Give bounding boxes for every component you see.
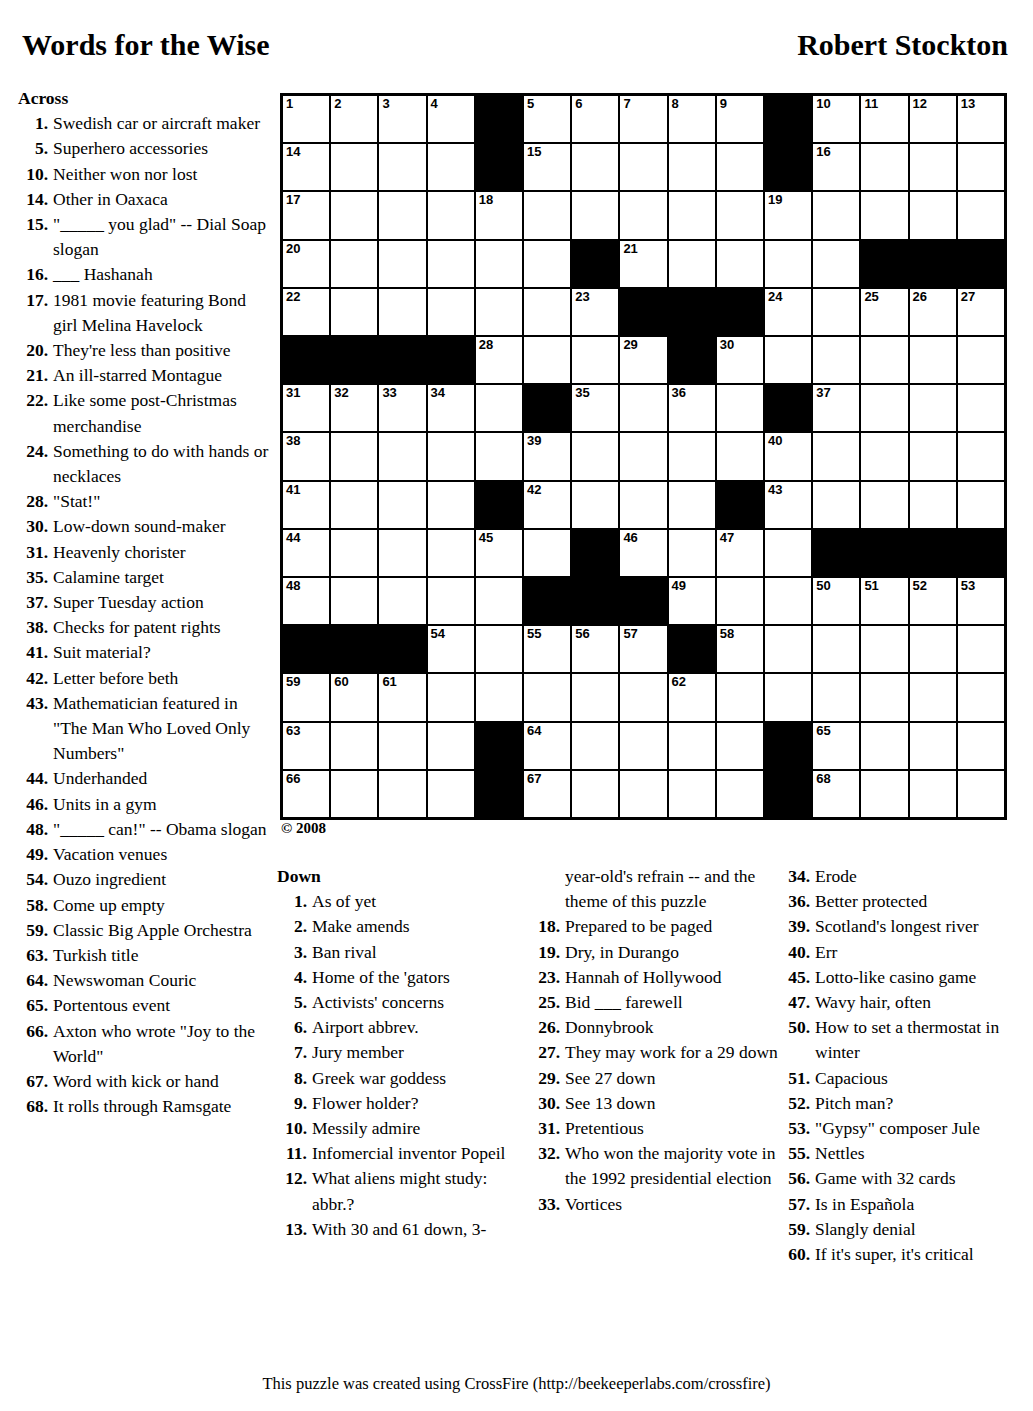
cell-r10c10[interactable]: 47: [717, 530, 763, 576]
cell-r8c3[interactable]: [379, 433, 425, 479]
clue-number: 5.: [18, 136, 48, 161]
cell-r4c9[interactable]: [669, 241, 715, 287]
cell-r14c1[interactable]: 63: [283, 723, 329, 769]
cell-r8c14[interactable]: [910, 433, 956, 479]
cell-r10c4[interactable]: [428, 530, 474, 576]
cell-r5c12[interactable]: [813, 289, 859, 335]
down-clues-col2: year-old's refrain -- and the theme of t…: [530, 864, 778, 1217]
cell-r9c12[interactable]: [813, 482, 859, 528]
cell-r4c11[interactable]: [765, 241, 811, 287]
clue-number: 23.: [530, 965, 560, 990]
cell-r3c4[interactable]: [428, 192, 474, 238]
clue: 22.Like some post-Christmas merchandise: [18, 388, 271, 438]
cell-r9c9[interactable]: [669, 482, 715, 528]
clue-text: Portentous event: [53, 993, 170, 1018]
cell-r2c9[interactable]: [669, 144, 715, 190]
cell-number: 26: [913, 290, 927, 304]
cell-r3c1[interactable]: 17: [283, 192, 329, 238]
cell-r8c12[interactable]: [813, 433, 859, 479]
black-cell-r1c11: [765, 96, 811, 142]
cell-number: 54: [431, 627, 445, 641]
cell-r13c6[interactable]: [524, 674, 570, 720]
cell-r8c1[interactable]: 38: [283, 433, 329, 479]
cell-r11c14[interactable]: 52: [910, 578, 956, 624]
cell-r10c8[interactable]: 46: [620, 530, 666, 576]
cell-r13c7[interactable]: [572, 674, 618, 720]
cell-r8c7[interactable]: [572, 433, 618, 479]
cell-r3c11[interactable]: 19: [765, 192, 811, 238]
copyright-note: © 2008: [281, 820, 326, 837]
cell-number: 35: [575, 386, 589, 400]
cell-r5c14[interactable]: 26: [910, 289, 956, 335]
clue-text: An ill-starred Montague: [53, 363, 222, 388]
clue: 27.They may work for a 29 down: [530, 1040, 778, 1065]
black-cell-r7c6: [524, 385, 570, 431]
cell-r4c4[interactable]: [428, 241, 474, 287]
cell-r12c12[interactable]: [813, 626, 859, 672]
cell-number: 50: [816, 579, 830, 593]
clue-number: 22.: [18, 388, 48, 413]
cell-r8c6[interactable]: 39: [524, 433, 570, 479]
cell-r14c12[interactable]: 65: [813, 723, 859, 769]
cell-r13c9[interactable]: 62: [669, 674, 715, 720]
cell-r7c8[interactable]: [620, 385, 666, 431]
cell-r12c15[interactable]: [958, 626, 1004, 672]
cell-number: 44: [286, 531, 300, 545]
cell-r1c14[interactable]: 12: [910, 96, 956, 142]
cell-r14c7[interactable]: [572, 723, 618, 769]
cell-r10c11[interactable]: [765, 530, 811, 576]
cell-r6c12[interactable]: [813, 337, 859, 383]
cell-r15c4[interactable]: [428, 771, 474, 817]
clue: 65.Portentous event: [18, 993, 271, 1018]
cell-r6c5[interactable]: 28: [476, 337, 522, 383]
cell-r11c13[interactable]: 51: [861, 578, 907, 624]
clue-text: Pretentious: [565, 1116, 644, 1141]
clue-text: Make amends: [312, 914, 410, 939]
cell-r12c13[interactable]: [861, 626, 907, 672]
cell-r9c1[interactable]: 41: [283, 482, 329, 528]
cell-r15c10[interactable]: [717, 771, 763, 817]
clue: 21.An ill-starred Montague: [18, 363, 271, 388]
cell-r6c11[interactable]: [765, 337, 811, 383]
cell-r13c1[interactable]: 59: [283, 674, 329, 720]
cell-r14c14[interactable]: [910, 723, 956, 769]
cell-r13c14[interactable]: [910, 674, 956, 720]
clue-number: 40.: [780, 940, 810, 965]
cell-r1c1[interactable]: 1: [283, 96, 329, 142]
cell-r8c13[interactable]: [861, 433, 907, 479]
cell-r12c6[interactable]: 55: [524, 626, 570, 672]
clue-number: 31.: [530, 1116, 560, 1141]
cell-r3c8[interactable]: [620, 192, 666, 238]
cell-r13c15[interactable]: [958, 674, 1004, 720]
cell-r2c1[interactable]: 14: [283, 144, 329, 190]
clue-number: 21.: [18, 363, 48, 388]
clue: 66.Axton who wrote "Joy to the World": [18, 1019, 271, 1069]
cell-r3c12[interactable]: [813, 192, 859, 238]
cell-r6c13[interactable]: [861, 337, 907, 383]
cell-r7c1[interactable]: 31: [283, 385, 329, 431]
cell-r10c6[interactable]: [524, 530, 570, 576]
black-cell-r4c15: [958, 241, 1004, 287]
clue-text: Hannah of Hollywood: [565, 965, 722, 990]
cell-r1c13[interactable]: 11: [861, 96, 907, 142]
cell-r2c6[interactable]: 15: [524, 144, 570, 190]
cell-r15c9[interactable]: [669, 771, 715, 817]
cell-r10c2[interactable]: [331, 530, 377, 576]
black-cell-r6c9: [669, 337, 715, 383]
cell-number: 25: [864, 290, 878, 304]
black-cell-r5c9: [669, 289, 715, 335]
cell-r9c11[interactable]: 43: [765, 482, 811, 528]
cell-r15c15[interactable]: [958, 771, 1004, 817]
clue-number: 38.: [18, 615, 48, 640]
cell-r9c4[interactable]: [428, 482, 474, 528]
cell-number: 38: [286, 434, 300, 448]
cell-r9c3[interactable]: [379, 482, 425, 528]
cell-r5c6[interactable]: [524, 289, 570, 335]
clue-text: Jury member: [312, 1040, 404, 1065]
cell-r1c15[interactable]: 13: [958, 96, 1004, 142]
down-clues-col1: 1.As of yet2.Make amends3.Ban rival4.Hom…: [277, 889, 527, 1242]
cell-r11c1[interactable]: 48: [283, 578, 329, 624]
cell-number: 13: [961, 97, 975, 111]
cell-r6c7[interactable]: [572, 337, 618, 383]
cell-r2c12[interactable]: 16: [813, 144, 859, 190]
cell-r13c11[interactable]: [765, 674, 811, 720]
cell-r7c7[interactable]: 35: [572, 385, 618, 431]
clue-text: Bid ___ farewell: [565, 990, 683, 1015]
cell-r5c11[interactable]: 24: [765, 289, 811, 335]
cell-r12c5[interactable]: [476, 626, 522, 672]
cell-r5c15[interactable]: 27: [958, 289, 1004, 335]
clue: 43.Mathematician featured in "The Man Wh…: [18, 691, 271, 767]
cell-r8c9[interactable]: [669, 433, 715, 479]
clue-text: "_____ can!" -- Obama slogan: [53, 817, 267, 842]
cell-number: 6: [575, 97, 582, 111]
cell-r4c6[interactable]: [524, 241, 570, 287]
clue-number: 24.: [18, 439, 48, 464]
cell-r14c6[interactable]: 64: [524, 723, 570, 769]
cell-number: 32: [334, 386, 348, 400]
cell-r8c11[interactable]: 40: [765, 433, 811, 479]
cell-r11c10[interactable]: [717, 578, 763, 624]
cell-r15c12[interactable]: 68: [813, 771, 859, 817]
clue: 51.Capacious: [780, 1066, 1033, 1091]
clue-text: Home of the 'gators: [312, 965, 450, 990]
cell-r8c8[interactable]: [620, 433, 666, 479]
cell-number: 8: [672, 97, 679, 111]
cell-number: 29: [623, 338, 637, 352]
cell-number: 42: [527, 483, 541, 497]
cell-r12c7[interactable]: 56: [572, 626, 618, 672]
cell-r12c14[interactable]: [910, 626, 956, 672]
cell-r10c5[interactable]: 45: [476, 530, 522, 576]
cell-r14c9[interactable]: [669, 723, 715, 769]
cell-r13c10[interactable]: [717, 674, 763, 720]
cell-r14c2[interactable]: [331, 723, 377, 769]
cell-r7c2[interactable]: 32: [331, 385, 377, 431]
cell-r8c10[interactable]: [717, 433, 763, 479]
cell-r7c9[interactable]: 36: [669, 385, 715, 431]
clue: 26.Donnybrook: [530, 1015, 778, 1040]
cell-r5c13[interactable]: 25: [861, 289, 907, 335]
cell-r3c9[interactable]: [669, 192, 715, 238]
clue: 2.Make amends: [277, 914, 527, 939]
cell-r1c10[interactable]: 9: [717, 96, 763, 142]
cell-r14c15[interactable]: [958, 723, 1004, 769]
cell-r3c14[interactable]: [910, 192, 956, 238]
cell-number: 53: [961, 579, 975, 593]
cell-r15c7[interactable]: [572, 771, 618, 817]
clue: 11.Infomercial inventor Popeil: [277, 1141, 527, 1166]
cell-r3c15[interactable]: [958, 192, 1004, 238]
clue-text: Scotland's longest river: [815, 914, 979, 939]
cell-number: 11: [864, 97, 878, 111]
black-cell-r12c1: [283, 626, 329, 672]
clue-text: See 27 down: [565, 1066, 655, 1091]
cell-r1c6[interactable]: 5: [524, 96, 570, 142]
cell-r1c7[interactable]: 6: [572, 96, 618, 142]
cell-r9c15[interactable]: [958, 482, 1004, 528]
cell-r9c14[interactable]: [910, 482, 956, 528]
cell-r11c2[interactable]: [331, 578, 377, 624]
cell-r1c3[interactable]: 3: [379, 96, 425, 142]
black-cell-r6c3: [379, 337, 425, 383]
cell-r8c5[interactable]: [476, 433, 522, 479]
clue-text: Wavy hair, often: [815, 990, 931, 1015]
cell-r2c10[interactable]: [717, 144, 763, 190]
clue-number: 5.: [277, 990, 307, 1015]
black-cell-r10c12: [813, 530, 859, 576]
clue-number: 33.: [530, 1192, 560, 1217]
cell-r10c9[interactable]: [669, 530, 715, 576]
clue-text: "Stat!": [53, 489, 100, 514]
puzzle-author: Robert Stockton: [797, 28, 1008, 61]
cell-r1c2[interactable]: 2: [331, 96, 377, 142]
cell-number: 4: [431, 97, 438, 111]
clue-number: 68.: [18, 1094, 48, 1119]
clue-text: Calamine target: [53, 565, 164, 590]
cell-r7c3[interactable]: 33: [379, 385, 425, 431]
cell-r3c6[interactable]: [524, 192, 570, 238]
cell-number: 31: [286, 386, 300, 400]
clue-text: Ban rival: [312, 940, 377, 965]
clue-number: 25.: [530, 990, 560, 1015]
cell-r13c2[interactable]: 60: [331, 674, 377, 720]
cell-r13c13[interactable]: [861, 674, 907, 720]
cell-r9c6[interactable]: 42: [524, 482, 570, 528]
cell-r1c12[interactable]: 10: [813, 96, 859, 142]
clue-number: 9.: [277, 1091, 307, 1116]
cell-r13c4[interactable]: [428, 674, 474, 720]
cell-r10c3[interactable]: [379, 530, 425, 576]
cell-r2c4[interactable]: [428, 144, 474, 190]
cell-number: 45: [479, 531, 493, 545]
clue: 31.Pretentious: [530, 1116, 778, 1141]
clue: 53."Gypsy" composer Jule: [780, 1116, 1033, 1141]
cell-r2c3[interactable]: [379, 144, 425, 190]
cell-r4c10[interactable]: [717, 241, 763, 287]
cell-r7c10[interactable]: [717, 385, 763, 431]
cell-r6c8[interactable]: 29: [620, 337, 666, 383]
cell-r9c13[interactable]: [861, 482, 907, 528]
cell-r7c15[interactable]: [958, 385, 1004, 431]
cell-r1c4[interactable]: 4: [428, 96, 474, 142]
clue-text: Like some post-Christmas merchandise: [53, 388, 271, 438]
cell-r6c14[interactable]: [910, 337, 956, 383]
cell-r4c12[interactable]: [813, 241, 859, 287]
cell-r7c12[interactable]: 37: [813, 385, 859, 431]
cell-r3c7[interactable]: [572, 192, 618, 238]
cell-r15c2[interactable]: [331, 771, 377, 817]
clue-number: 15.: [18, 212, 48, 237]
cell-r2c14[interactable]: [910, 144, 956, 190]
cell-r7c4[interactable]: 34: [428, 385, 474, 431]
clue: 47.Wavy hair, often: [780, 990, 1033, 1015]
cell-r6c15[interactable]: [958, 337, 1004, 383]
clue-text: They're less than positive: [53, 338, 231, 363]
cell-r4c1[interactable]: 20: [283, 241, 329, 287]
cell-r5c4[interactable]: [428, 289, 474, 335]
cell-r3c5[interactable]: 18: [476, 192, 522, 238]
cell-r12c4[interactable]: 54: [428, 626, 474, 672]
cell-r11c9[interactable]: 49: [669, 578, 715, 624]
cell-r7c14[interactable]: [910, 385, 956, 431]
clue-text: Axton who wrote "Joy to the World": [53, 1019, 271, 1069]
cell-r9c8[interactable]: [620, 482, 666, 528]
black-cell-r5c10: [717, 289, 763, 335]
cell-r13c12[interactable]: [813, 674, 859, 720]
cell-r4c3[interactable]: [379, 241, 425, 287]
cell-r7c13[interactable]: [861, 385, 907, 431]
cell-r15c14[interactable]: [910, 771, 956, 817]
cell-r12c10[interactable]: 58: [717, 626, 763, 672]
clue: 46.Units in a gym: [18, 792, 271, 817]
cell-number: 56: [575, 627, 589, 641]
cell-r15c13[interactable]: [861, 771, 907, 817]
cell-r2c13[interactable]: [861, 144, 907, 190]
cell-r4c5[interactable]: [476, 241, 522, 287]
cell-r14c8[interactable]: [620, 723, 666, 769]
clue: 9.Flower holder?: [277, 1091, 527, 1116]
clue-text: 1981 movie featuring Bond girl Melina Ha…: [53, 288, 271, 338]
cell-r4c8[interactable]: 21: [620, 241, 666, 287]
cell-number: 58: [720, 627, 734, 641]
cell-r6c10[interactable]: 30: [717, 337, 763, 383]
cell-r13c5[interactable]: [476, 674, 522, 720]
clue-text: Come up empty: [53, 893, 165, 918]
cell-r5c7[interactable]: 23: [572, 289, 618, 335]
cell-r3c3[interactable]: [379, 192, 425, 238]
cell-r11c15[interactable]: 53: [958, 578, 1004, 624]
cell-r11c3[interactable]: [379, 578, 425, 624]
cell-r11c4[interactable]: [428, 578, 474, 624]
cell-number: 47: [720, 531, 734, 545]
cell-r8c2[interactable]: [331, 433, 377, 479]
cell-r10c1[interactable]: 44: [283, 530, 329, 576]
clue-text: If it's super, it's critical: [815, 1242, 974, 1267]
clue-number: 48.: [18, 817, 48, 842]
cell-r3c2[interactable]: [331, 192, 377, 238]
clue: 63.Turkish title: [18, 943, 271, 968]
clue: 45.Lotto-like casino game: [780, 965, 1033, 990]
cell-number: 65: [816, 724, 830, 738]
clue: 17.1981 movie featuring Bond girl Melina…: [18, 288, 271, 338]
cell-r2c15[interactable]: [958, 144, 1004, 190]
cell-r11c11[interactable]: [765, 578, 811, 624]
cell-r8c4[interactable]: [428, 433, 474, 479]
cell-r15c6[interactable]: 67: [524, 771, 570, 817]
cell-r3c10[interactable]: [717, 192, 763, 238]
clue-text: See 13 down: [565, 1091, 655, 1116]
cell-r5c1[interactable]: 22: [283, 289, 329, 335]
clue: 29.See 27 down: [530, 1066, 778, 1091]
clue: 16.___ Hashanah: [18, 262, 271, 287]
cell-r5c3[interactable]: [379, 289, 425, 335]
cell-number: 52: [913, 579, 927, 593]
cell-r1c9[interactable]: 8: [669, 96, 715, 142]
cell-r5c5[interactable]: [476, 289, 522, 335]
cell-r13c3[interactable]: 61: [379, 674, 425, 720]
black-cell-r15c11: [765, 771, 811, 817]
cell-r4c2[interactable]: [331, 241, 377, 287]
clue: 7.Jury member: [277, 1040, 527, 1065]
cell-r14c3[interactable]: [379, 723, 425, 769]
cell-r9c2[interactable]: [331, 482, 377, 528]
cell-r3c13[interactable]: [861, 192, 907, 238]
cell-r14c4[interactable]: [428, 723, 474, 769]
clue: 58.Come up empty: [18, 893, 271, 918]
cell-r1c8[interactable]: 7: [620, 96, 666, 142]
puzzle-title: Words for the Wise: [22, 28, 270, 61]
clue-number: 13.: [277, 1217, 307, 1242]
cell-r2c7[interactable]: [572, 144, 618, 190]
cell-r15c1[interactable]: 66: [283, 771, 329, 817]
cell-r12c8[interactable]: 57: [620, 626, 666, 672]
cell-r8c15[interactable]: [958, 433, 1004, 479]
clue-number: 18.: [530, 914, 560, 939]
cell-number: 19: [768, 193, 782, 207]
clue-text: Greek war goddess: [312, 1066, 446, 1091]
cell-r2c8[interactable]: [620, 144, 666, 190]
clue-text: Something to do with hands or necklaces: [53, 439, 271, 489]
cell-r15c3[interactable]: [379, 771, 425, 817]
cell-r13c8[interactable]: [620, 674, 666, 720]
cell-number: 10: [816, 97, 830, 111]
clue-text: Flower holder?: [312, 1091, 418, 1116]
cell-r11c12[interactable]: 50: [813, 578, 859, 624]
clue-number: 3.: [277, 940, 307, 965]
clue-number: 63.: [18, 943, 48, 968]
cell-r14c10[interactable]: [717, 723, 763, 769]
clue: 31.Heavenly chorister: [18, 540, 271, 565]
cell-r5c2[interactable]: [331, 289, 377, 335]
clue-text: Is in Española: [815, 1192, 914, 1217]
cell-r11c5[interactable]: [476, 578, 522, 624]
cell-r7c5[interactable]: [476, 385, 522, 431]
cell-r15c8[interactable]: [620, 771, 666, 817]
cell-number: 46: [623, 531, 637, 545]
cell-r6c6[interactable]: [524, 337, 570, 383]
cell-r14c13[interactable]: [861, 723, 907, 769]
cell-r12c11[interactable]: [765, 626, 811, 672]
cell-r2c2[interactable]: [331, 144, 377, 190]
clue-text: Neither won nor lost: [53, 162, 197, 187]
cell-r9c7[interactable]: [572, 482, 618, 528]
black-cell-r11c7: [572, 578, 618, 624]
